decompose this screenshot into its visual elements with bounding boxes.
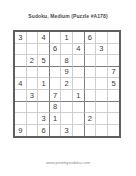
cell-r7c9 [108, 102, 120, 114]
cell-r2c2 [27, 44, 39, 56]
cell-r1c1: 3 [15, 32, 27, 44]
cell-r4c4 [50, 67, 62, 79]
cell-r7c5 [61, 102, 73, 114]
cell-r6c5 [61, 90, 73, 102]
cell-r3c2: 2 [27, 55, 39, 67]
cell-r4c3 [38, 67, 50, 79]
cell-r3c9 [108, 55, 120, 67]
cell-r6c8 [96, 90, 108, 102]
cell-r9c5: 3 [61, 125, 73, 137]
cell-r5c3: 1 [38, 78, 50, 90]
cell-r2c5 [61, 44, 73, 56]
cell-r1c5: 1 [61, 32, 73, 44]
cell-r6c1 [15, 90, 27, 102]
cell-r7c2 [27, 102, 39, 114]
cell-r4c9: 7 [108, 67, 120, 79]
cell-r1c3: 4 [38, 32, 50, 44]
cell-r5c9: 5 [108, 78, 120, 90]
cell-r6c4: 7 [50, 90, 62, 102]
cell-r7c7 [85, 102, 97, 114]
cell-r7c1 [15, 102, 27, 114]
cell-r6c7 [85, 90, 97, 102]
cell-r3c8 [96, 55, 108, 67]
cell-r8c5 [61, 113, 73, 125]
cell-r9c1: 9 [15, 125, 27, 137]
cell-r8c9 [108, 113, 120, 125]
cell-r7c3 [38, 102, 50, 114]
cell-r4c7 [85, 67, 97, 79]
cell-r4c8 [96, 67, 108, 79]
cell-r8c7: 2 [85, 113, 97, 125]
cell-r3c4 [50, 55, 62, 67]
cell-r3c3: 5 [38, 55, 50, 67]
cell-r1c7: 6 [85, 32, 97, 44]
cell-r2c7 [85, 44, 97, 56]
cell-r4c6 [73, 67, 85, 79]
cell-r8c3: 3 [38, 113, 50, 125]
cell-r2c1 [15, 44, 27, 56]
cell-r4c5: 9 [61, 67, 73, 79]
cell-r4c2 [27, 67, 39, 79]
cell-r6c9 [108, 90, 120, 102]
cell-r6c2: 3 [27, 90, 39, 102]
cell-r5c7 [85, 78, 97, 90]
cell-r3c6 [73, 55, 85, 67]
cell-r5c2 [27, 78, 39, 90]
cell-r1c8 [96, 32, 108, 44]
sudoku-grid: 34166432589741253718312963 [13, 30, 121, 138]
cell-r1c4 [50, 32, 62, 44]
cell-r2c4: 6 [50, 44, 62, 56]
cell-r5c8 [96, 78, 108, 90]
cell-r6c3 [38, 90, 50, 102]
footer-url: www.printmysudoku.com [0, 160, 136, 165]
cell-r3c7 [85, 55, 97, 67]
cell-r5c5: 2 [61, 78, 73, 90]
cell-r6c6: 1 [73, 90, 85, 102]
cell-r2c3 [38, 44, 50, 56]
cell-r8c2 [27, 113, 39, 125]
cell-r9c6 [73, 125, 85, 137]
cell-r9c7 [85, 125, 97, 137]
cell-r2c6: 4 [73, 44, 85, 56]
cell-r3c5: 8 [61, 55, 73, 67]
cell-r9c8 [96, 125, 108, 137]
cell-r9c3: 6 [38, 125, 50, 137]
page-title: Sudoku, Medium (Puzzle #A178) [0, 13, 136, 19]
cell-r9c2 [27, 125, 39, 137]
cell-r9c9 [108, 125, 120, 137]
cell-r1c6 [73, 32, 85, 44]
cell-r1c2 [27, 32, 39, 44]
cell-r8c6 [73, 113, 85, 125]
cell-r1c9 [108, 32, 120, 44]
cell-r5c1: 4 [15, 78, 27, 90]
cell-r7c6 [73, 102, 85, 114]
cell-r3c1 [15, 55, 27, 67]
cell-r8c1 [15, 113, 27, 125]
cell-r2c8: 3 [96, 44, 108, 56]
cell-r8c4: 1 [50, 113, 62, 125]
cell-r7c8 [96, 102, 108, 114]
cell-r9c4 [50, 125, 62, 137]
cell-r8c8 [96, 113, 108, 125]
cell-r5c4 [50, 78, 62, 90]
cell-r2c9 [108, 44, 120, 56]
cell-r4c1 [15, 67, 27, 79]
cell-r7c4: 8 [50, 102, 62, 114]
cell-r5c6 [73, 78, 85, 90]
